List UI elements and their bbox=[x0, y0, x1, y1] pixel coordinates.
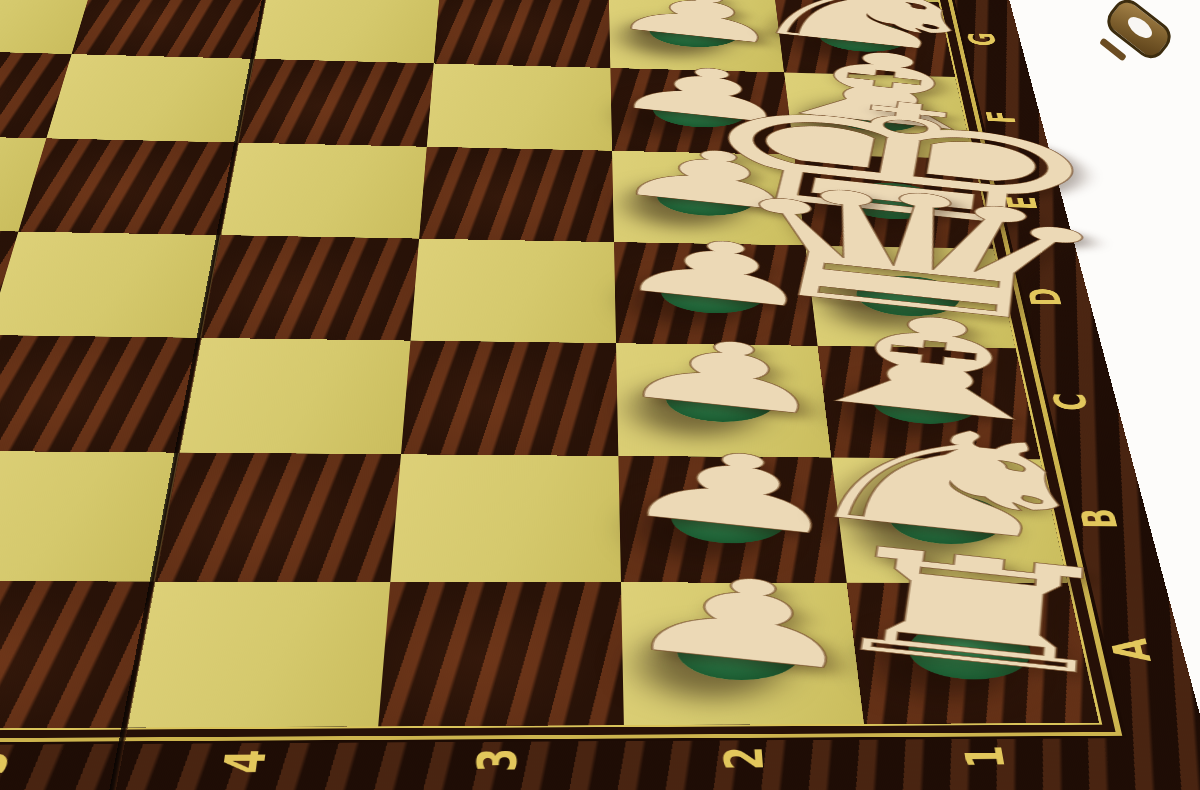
rank-label-slot: 5 bbox=[0, 726, 124, 790]
square-f5 bbox=[46, 54, 254, 142]
rank-labels-strip: 54321 bbox=[0, 721, 1111, 790]
rank-label: 3 bbox=[466, 747, 529, 772]
square-f4 bbox=[238, 59, 434, 147]
rank-label: 5 bbox=[0, 750, 23, 776]
square-g5 bbox=[72, 0, 269, 59]
file-label: A bbox=[1100, 637, 1162, 662]
square-e5 bbox=[18, 138, 238, 235]
chess-board: ♟♜♟♞♟♝♟♚♟♛♟♝♟♞♟♜ GFEDCBA 54321 bbox=[0, 0, 1200, 790]
file-label: F bbox=[978, 110, 1024, 124]
square-c4 bbox=[179, 338, 410, 454]
rank-label-slot: 4 bbox=[110, 724, 375, 790]
rank-label-slot: 2 bbox=[621, 722, 870, 790]
square-b4 bbox=[155, 453, 401, 582]
hinge-clasp bbox=[1096, 0, 1196, 80]
square-a1: ♜ bbox=[847, 583, 1099, 724]
square-c5 bbox=[0, 335, 201, 453]
file-label: B bbox=[1070, 507, 1128, 529]
file-label: E bbox=[998, 195, 1047, 210]
chessboard-photo: ♟♜♟♞♟♝♟♚♟♛♟♝♟♞♟♜ GFEDCBA 54321 bbox=[0, 0, 1200, 790]
square-e4 bbox=[221, 143, 427, 239]
square-g4 bbox=[254, 0, 440, 63]
playing-area: ♟♜♟♞♟♝♟♚♟♛♟♝♟♞♟♜ bbox=[0, 0, 1102, 735]
rank-label: 1 bbox=[953, 744, 1017, 769]
file-label: C bbox=[1044, 392, 1099, 411]
rank-label-slot: 1 bbox=[861, 721, 1111, 790]
file-label: G bbox=[960, 31, 1005, 46]
square-d5 bbox=[0, 232, 221, 338]
square-a4 bbox=[127, 582, 391, 728]
rank-label: 2 bbox=[713, 745, 776, 770]
square-d4 bbox=[201, 235, 419, 340]
file-label: D bbox=[1019, 287, 1071, 306]
rank-label: 4 bbox=[211, 748, 278, 774]
rank-label-slot: 3 bbox=[369, 723, 622, 790]
